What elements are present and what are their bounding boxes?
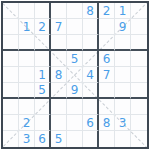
cell-r3c3[interactable] [35, 35, 51, 51]
cell-r4c1[interactable] [3, 51, 19, 67]
cell-r5c4[interactable]: 8 [51, 67, 67, 83]
cell-r1c6[interactable]: 8 [83, 3, 99, 19]
cell-r8c1[interactable] [3, 115, 19, 131]
cell-r7c9[interactable] [131, 99, 147, 115]
cell-r2c3[interactable]: 2 [35, 19, 51, 35]
cell-r5c8[interactable] [115, 67, 131, 83]
cell-r5c9[interactable] [131, 67, 147, 83]
cell-r5c6[interactable]: 4 [83, 67, 99, 83]
cell-r1c7[interactable]: 2 [99, 3, 115, 19]
cell-r5c7[interactable]: 7 [99, 67, 115, 83]
cell-r4c8[interactable] [115, 51, 131, 67]
cell-r3c7[interactable] [99, 35, 115, 51]
cell-r2c7[interactable] [99, 19, 115, 35]
cell-r2c2[interactable]: 1 [19, 19, 35, 35]
cell-r2c9[interactable] [131, 19, 147, 35]
cell-r3c4[interactable] [51, 35, 67, 51]
cell-r7c5[interactable] [67, 99, 83, 115]
cell-r2c4[interactable]: 7 [51, 19, 67, 35]
cell-r9c2[interactable]: 3 [19, 131, 35, 147]
cell-r9c1[interactable] [3, 131, 19, 147]
cell-r1c9[interactable] [131, 3, 147, 19]
cell-r7c7[interactable] [99, 99, 115, 115]
cell-r8c7[interactable]: 8 [99, 115, 115, 131]
cell-r4c2[interactable] [19, 51, 35, 67]
cell-r7c4[interactable] [51, 99, 67, 115]
cell-r5c3[interactable]: 1 [35, 67, 51, 83]
cell-r2c5[interactable] [67, 19, 83, 35]
cell-r8c2[interactable]: 2 [19, 115, 35, 131]
cell-r8c4[interactable] [51, 115, 67, 131]
cell-r6c4[interactable] [51, 83, 67, 99]
cell-r1c4[interactable] [51, 3, 67, 19]
cell-r1c5[interactable] [67, 3, 83, 19]
cell-r3c6[interactable] [83, 35, 99, 51]
cell-r9c8[interactable] [115, 131, 131, 147]
cell-r8c8[interactable]: 3 [115, 115, 131, 131]
cell-r8c9[interactable] [131, 115, 147, 131]
cell-r9c7[interactable] [99, 131, 115, 147]
cell-r9c6[interactable] [83, 131, 99, 147]
cell-r4c6[interactable] [83, 51, 99, 67]
cell-r4c5[interactable]: 5 [67, 51, 83, 67]
cell-r9c3[interactable]: 6 [35, 131, 51, 147]
cell-r9c5[interactable] [67, 131, 83, 147]
cell-r2c6[interactable] [83, 19, 99, 35]
cell-r6c6[interactable] [83, 83, 99, 99]
cell-r1c1[interactable] [3, 3, 19, 19]
cell-r9c9[interactable] [131, 131, 147, 147]
cell-r7c6[interactable] [83, 99, 99, 115]
cell-r6c9[interactable] [131, 83, 147, 99]
cell-r4c7[interactable]: 6 [99, 51, 115, 67]
cell-r3c8[interactable] [115, 35, 131, 51]
cell-r6c8[interactable] [115, 83, 131, 99]
cell-r3c1[interactable] [3, 35, 19, 51]
cell-r8c5[interactable] [67, 115, 83, 131]
cell-r7c8[interactable] [115, 99, 131, 115]
cell-r5c1[interactable] [3, 67, 19, 83]
cell-r2c8[interactable]: 9 [115, 19, 131, 35]
cell-r1c3[interactable] [35, 3, 51, 19]
sudoku-grid: 8211279561847592683365 [3, 3, 147, 147]
cell-r6c1[interactable] [3, 83, 19, 99]
cell-r4c4[interactable] [51, 51, 67, 67]
cell-r7c1[interactable] [3, 99, 19, 115]
cell-r4c9[interactable] [131, 51, 147, 67]
cell-r8c3[interactable] [35, 115, 51, 131]
cell-r6c7[interactable] [99, 83, 115, 99]
cell-r7c2[interactable] [19, 99, 35, 115]
cell-r8c6[interactable]: 6 [83, 115, 99, 131]
cell-r1c8[interactable]: 1 [115, 3, 131, 19]
cell-r2c1[interactable] [3, 19, 19, 35]
cell-r6c3[interactable]: 5 [35, 83, 51, 99]
cell-r4c3[interactable] [35, 51, 51, 67]
cell-r9c4[interactable]: 5 [51, 131, 67, 147]
sudoku-board: 8211279561847592683365 [1, 1, 149, 149]
cell-r6c2[interactable] [19, 83, 35, 99]
cell-r5c2[interactable] [19, 67, 35, 83]
cell-r3c2[interactable] [19, 35, 35, 51]
cell-r3c9[interactable] [131, 35, 147, 51]
cell-r3c5[interactable] [67, 35, 83, 51]
cell-r1c2[interactable] [19, 3, 35, 19]
cell-r7c3[interactable] [35, 99, 51, 115]
cell-r5c5[interactable] [67, 67, 83, 83]
cell-r6c5[interactable]: 9 [67, 83, 83, 99]
